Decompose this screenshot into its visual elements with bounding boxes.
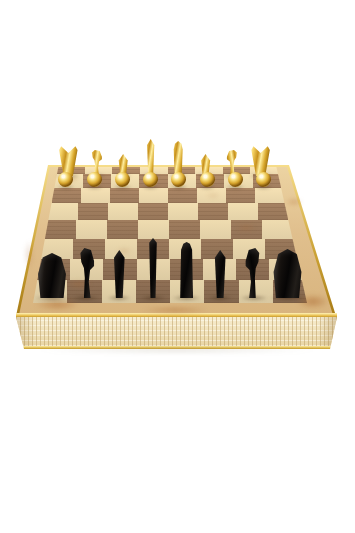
board-square [255,188,284,203]
board-square [45,220,76,239]
white-pawn [228,172,243,187]
board-square [168,203,198,220]
product-photo-chess-set: Luxury chess set: polished gold sculptur… [0,0,355,533]
white-pawn [143,172,158,187]
white-pawn [115,172,130,187]
board-square [197,188,226,203]
board-square [78,203,108,220]
board-square [81,188,110,203]
board-square [168,188,197,203]
white-pawn [200,172,215,187]
board-row [48,203,288,220]
board-square [198,203,228,220]
board-square [231,220,262,239]
white-pawn [87,172,102,187]
floor-shadow [34,346,320,354]
board-square [48,203,78,220]
board-square [110,188,139,203]
board-square [138,220,169,239]
board-square [226,188,255,203]
board-square [262,220,293,239]
board-square [258,203,288,220]
raffia-weave-texture [16,317,337,346]
board-row [52,188,285,203]
board-row [45,220,293,239]
board-square [228,203,258,220]
board-square [169,220,200,239]
board-square [200,220,231,239]
board-square [139,188,168,203]
board-square [138,203,168,220]
raffia-box-base [16,317,337,349]
board-square [52,188,81,203]
board-square [107,220,138,239]
board-square [108,203,138,220]
board-row [37,259,302,280]
white-pawn [256,172,271,187]
board-square [76,220,107,239]
